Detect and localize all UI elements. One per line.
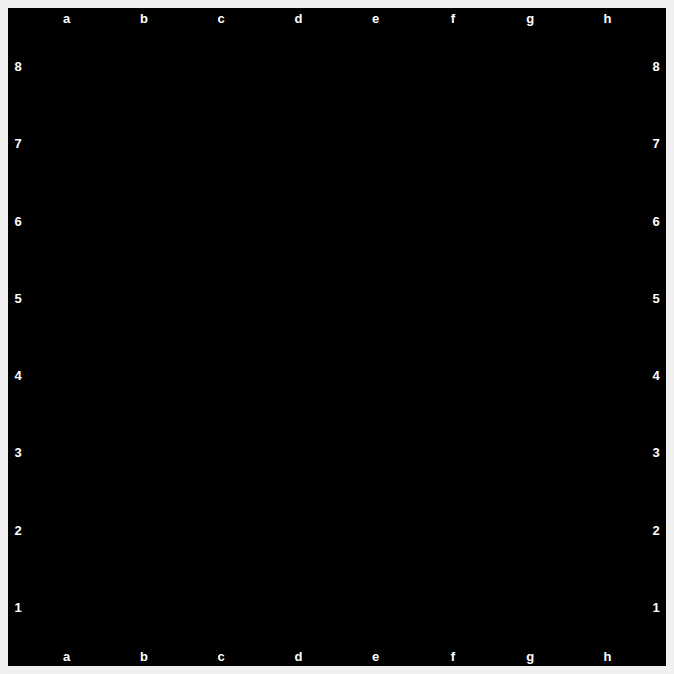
file-label-top-b: b [105,8,182,28]
rank-label-left-1: 1 [8,569,28,646]
file-label-top-g: g [492,8,569,28]
rank-label-right-5: 5 [646,260,666,337]
file-label-top-d: d [260,8,337,28]
file-label-bottom-c: c [183,646,260,666]
file-label-bottom-b: b [105,646,182,666]
rank-labels-right: 87654321 [646,28,666,646]
rank-label-left-6: 6 [8,183,28,260]
rank-label-right-3: 3 [646,414,666,491]
file-label-top-e: e [337,8,414,28]
page: abcdefgh abcdefgh 87654321 87654321 [0,0,674,674]
file-label-bottom-a: a [28,646,105,666]
file-label-bottom-g: g [492,646,569,666]
file-label-bottom-e: e [337,646,414,666]
rank-labels-left: 87654321 [8,28,28,646]
board-frame: abcdefgh abcdefgh 87654321 87654321 [8,8,666,666]
rank-label-right-8: 8 [646,28,666,105]
rank-label-right-6: 6 [646,183,666,260]
file-labels-bottom: abcdefgh [28,646,646,666]
rank-label-left-2: 2 [8,492,28,569]
rank-label-left-4: 4 [8,337,28,414]
file-label-bottom-f: f [414,646,491,666]
file-label-top-c: c [183,8,260,28]
file-label-top-a: a [28,8,105,28]
rank-label-right-4: 4 [646,337,666,414]
rank-label-right-7: 7 [646,105,666,182]
file-label-bottom-d: d [260,646,337,666]
rank-label-left-7: 7 [8,105,28,182]
chess-board [28,28,646,646]
file-label-top-h: h [569,8,646,28]
file-label-top-f: f [414,8,491,28]
file-label-bottom-h: h [569,646,646,666]
rank-label-left-8: 8 [8,28,28,105]
rank-label-right-2: 2 [646,492,666,569]
rank-label-left-5: 5 [8,260,28,337]
rank-label-right-1: 1 [646,569,666,646]
file-labels-top: abcdefgh [28,8,646,28]
rank-label-left-3: 3 [8,414,28,491]
